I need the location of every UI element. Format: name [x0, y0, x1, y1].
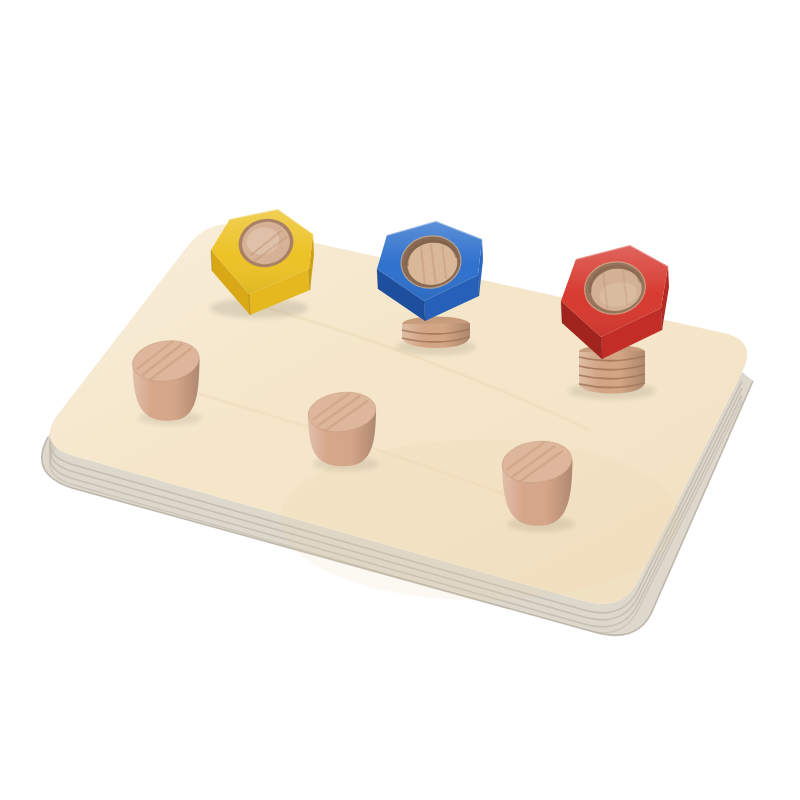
product-photo: [0, 0, 800, 800]
bolt-collar-blue: [402, 317, 470, 349]
peg-front-right: [500, 437, 574, 525]
collar-shading: [402, 323, 470, 348]
photo-canvas: [0, 0, 800, 800]
